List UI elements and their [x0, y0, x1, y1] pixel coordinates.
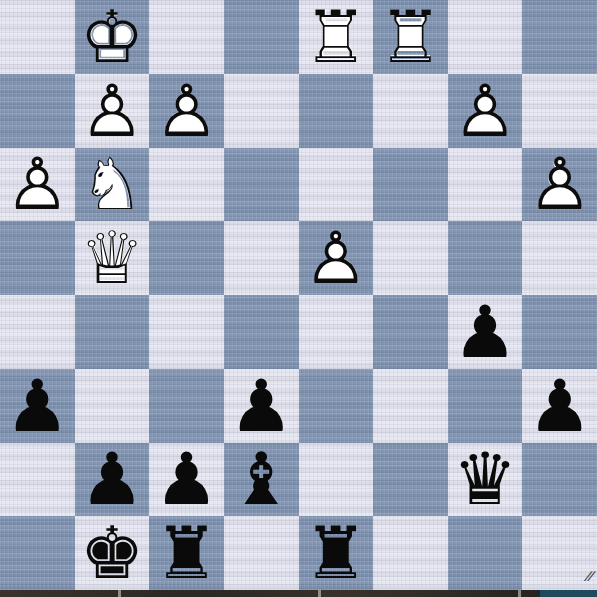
square-e7[interactable] [299, 74, 374, 148]
square-a1[interactable] [0, 516, 75, 590]
square-c8[interactable] [149, 0, 224, 74]
piece-white-king[interactable]: ♚♔ [75, 0, 150, 74]
square-d8[interactable] [224, 0, 299, 74]
piece-glyph: ♚ [75, 516, 150, 590]
square-a5[interactable] [0, 221, 75, 295]
square-g7[interactable]: ♟♙ [448, 74, 523, 148]
piece-black-queen[interactable]: ♛ [448, 443, 523, 517]
square-e5[interactable]: ♟♙ [299, 221, 374, 295]
square-d4[interactable] [224, 295, 299, 369]
square-f7[interactable] [373, 74, 448, 148]
piece-black-pawn[interactable]: ♟ [149, 443, 224, 517]
square-g2[interactable]: ♛ [448, 443, 523, 517]
piece-outline: ♙ [522, 148, 597, 222]
square-g1[interactable] [448, 516, 523, 590]
square-e8[interactable]: ♜♖ [299, 0, 374, 74]
piece-glyph: ♟ [0, 369, 75, 443]
piece-glyph: ♟ [149, 443, 224, 517]
square-g6[interactable] [448, 148, 523, 222]
piece-white-queen[interactable]: ♛♕ [75, 221, 150, 295]
square-f5[interactable] [373, 221, 448, 295]
piece-glyph: ♝ [224, 443, 299, 517]
square-b8[interactable]: ♚♔ [75, 0, 150, 74]
piece-outline: ♙ [149, 74, 224, 148]
piece-white-rook[interactable]: ♜♖ [373, 0, 448, 74]
piece-black-rook[interactable]: ♜ [149, 516, 224, 590]
square-a8[interactable] [0, 0, 75, 74]
square-f1[interactable] [373, 516, 448, 590]
piece-outline: ♙ [0, 148, 75, 222]
square-h4[interactable] [522, 295, 597, 369]
piece-glyph: ♟ [75, 443, 150, 517]
piece-black-pawn[interactable]: ♟ [75, 443, 150, 517]
square-b2[interactable]: ♟ [75, 443, 150, 517]
square-b4[interactable] [75, 295, 150, 369]
square-c3[interactable] [149, 369, 224, 443]
square-h8[interactable] [522, 0, 597, 74]
square-a4[interactable] [0, 295, 75, 369]
piece-glyph: ♜ [149, 516, 224, 590]
square-c7[interactable]: ♟♙ [149, 74, 224, 148]
square-h2[interactable] [522, 443, 597, 517]
piece-white-pawn[interactable]: ♟♙ [448, 74, 523, 148]
piece-outline: ♖ [373, 0, 448, 74]
square-c1[interactable]: ♜ [149, 516, 224, 590]
square-e2[interactable] [299, 443, 374, 517]
piece-glyph: ♜ [299, 516, 374, 590]
square-e1[interactable]: ♜ [299, 516, 374, 590]
table-edge-left [0, 590, 540, 597]
piece-black-pawn[interactable]: ♟ [0, 369, 75, 443]
square-g3[interactable] [448, 369, 523, 443]
piece-glyph: ♛ [448, 443, 523, 517]
square-d5[interactable] [224, 221, 299, 295]
square-g4[interactable]: ♟ [448, 295, 523, 369]
square-b5[interactable]: ♛♕ [75, 221, 150, 295]
piece-outline: ♕ [75, 221, 150, 295]
piece-black-king[interactable]: ♚ [75, 516, 150, 590]
table-edge [0, 590, 597, 597]
square-d2[interactable]: ♝ [224, 443, 299, 517]
square-a7[interactable] [0, 74, 75, 148]
square-d7[interactable] [224, 74, 299, 148]
square-b3[interactable] [75, 369, 150, 443]
square-f2[interactable] [373, 443, 448, 517]
square-c2[interactable]: ♟ [149, 443, 224, 517]
square-f6[interactable] [373, 148, 448, 222]
square-a3[interactable]: ♟ [0, 369, 75, 443]
square-b6[interactable]: ♞♘ [75, 148, 150, 222]
piece-white-pawn[interactable]: ♟♙ [75, 74, 150, 148]
piece-white-pawn[interactable]: ♟♙ [299, 221, 374, 295]
piece-outline: ♙ [299, 221, 374, 295]
square-f8[interactable]: ♜♖ [373, 0, 448, 74]
square-e3[interactable] [299, 369, 374, 443]
piece-glyph: ♟ [448, 295, 523, 369]
piece-outline: ♙ [448, 74, 523, 148]
square-d1[interactable] [224, 516, 299, 590]
piece-black-bishop[interactable]: ♝ [224, 443, 299, 517]
piece-white-pawn[interactable]: ♟♙ [522, 148, 597, 222]
square-e4[interactable] [299, 295, 374, 369]
square-c4[interactable] [149, 295, 224, 369]
square-g8[interactable] [448, 0, 523, 74]
piece-outline: ♔ [75, 0, 150, 74]
piece-black-pawn[interactable]: ♟ [224, 369, 299, 443]
piece-white-pawn[interactable]: ♟♙ [0, 148, 75, 222]
square-h6[interactable]: ♟♙ [522, 148, 597, 222]
square-h7[interactable] [522, 74, 597, 148]
piece-white-pawn[interactable]: ♟♙ [149, 74, 224, 148]
square-a6[interactable]: ♟♙ [0, 148, 75, 222]
piece-outline: ♖ [299, 0, 374, 74]
piece-white-knight[interactable]: ♞♘ [75, 148, 150, 222]
piece-white-rook[interactable]: ♜♖ [299, 0, 374, 74]
piece-outline: ♙ [75, 74, 150, 148]
square-b1[interactable]: ♚ [75, 516, 150, 590]
square-e6[interactable] [299, 148, 374, 222]
square-f4[interactable] [373, 295, 448, 369]
square-h3[interactable]: ♟ [522, 369, 597, 443]
piece-black-pawn[interactable]: ♟ [448, 295, 523, 369]
square-a2[interactable] [0, 443, 75, 517]
table-edge-right [540, 590, 597, 597]
square-h5[interactable] [522, 221, 597, 295]
chessboard-screenshot: ♚♔♜♖♜♖♟♙♟♙♟♙♟♙♞♘♟♙♛♕♟♙♟♟♟♟♟♟♝♛♚♜♜ // [0, 0, 597, 597]
square-b7[interactable]: ♟♙ [75, 74, 150, 148]
square-c6[interactable] [149, 148, 224, 222]
piece-glyph: ♟ [224, 369, 299, 443]
chess-board: ♚♔♜♖♜♖♟♙♟♙♟♙♟♙♞♘♟♙♛♕♟♙♟♟♟♟♟♟♝♛♚♜♜ [0, 0, 597, 590]
square-d6[interactable] [224, 148, 299, 222]
square-d3[interactable]: ♟ [224, 369, 299, 443]
square-c5[interactable] [149, 221, 224, 295]
square-g5[interactable] [448, 221, 523, 295]
piece-glyph: ♟ [522, 369, 597, 443]
piece-black-pawn[interactable]: ♟ [522, 369, 597, 443]
piece-outline: ♘ [75, 148, 150, 222]
square-f3[interactable] [373, 369, 448, 443]
piece-black-rook[interactable]: ♜ [299, 516, 374, 590]
